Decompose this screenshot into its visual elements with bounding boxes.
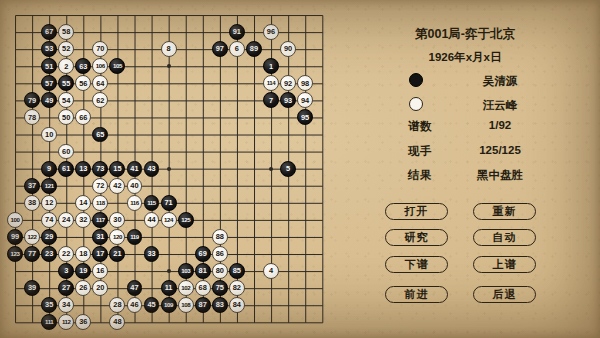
stone-black-35: 35 [41,297,57,313]
open-button[interactable]: 打开 [385,203,448,220]
stone-white-88: 88 [212,229,228,245]
stone-black-105: 105 [109,58,125,74]
stone-black-121: 121 [41,178,57,194]
stone-white-86: 86 [212,246,228,262]
black-stone-icon [409,73,423,87]
stone-black-53: 53 [41,41,57,57]
stone-black-81: 81 [195,263,211,279]
stone-white-66: 66 [75,109,91,125]
stones-layer: 1234567891011121314151617181920212223242… [7,7,331,331]
stone-black-91: 91 [229,24,245,40]
stone-white-38: 38 [24,195,40,211]
stone-white-56: 56 [75,75,91,91]
go-viewer-screen: 1234567891011121314151617181920212223242… [0,0,600,338]
stone-white-60: 60 [58,144,74,160]
stone-white-14: 14 [75,195,91,211]
stone-black-29: 29 [41,229,57,245]
black-player-name: 吴清源 [430,74,570,89]
stone-white-74: 74 [41,212,57,228]
stone-white-6: 6 [229,41,245,57]
stone-black-39: 39 [24,280,40,296]
white-player-name: 汪云峰 [430,98,570,113]
stone-black-125: 125 [178,212,194,228]
stone-white-2: 2 [58,58,74,74]
stone-white-118: 118 [92,195,108,211]
stone-white-94: 94 [297,92,313,108]
stone-white-40: 40 [127,178,143,194]
stone-white-58: 58 [58,24,74,40]
stone-white-8: 8 [161,41,177,57]
stone-white-64: 64 [92,75,108,91]
stone-white-12: 12 [41,195,57,211]
stone-black-17: 17 [92,246,108,262]
stone-white-68: 68 [195,280,211,296]
stone-white-32: 32 [75,212,91,228]
current-move-label: 现手 [408,144,432,159]
stone-black-65: 65 [92,127,108,143]
stone-white-72: 72 [92,178,108,194]
stone-black-111: 111 [41,314,57,330]
stone-white-78: 78 [24,109,40,125]
stone-black-13: 13 [75,161,91,177]
stone-black-43: 43 [144,161,160,177]
next-record-button[interactable]: 下谱 [385,256,448,273]
stone-white-114: 114 [263,75,279,91]
info-row-record: 谱数 1/92 [340,118,590,134]
stone-white-92: 92 [280,75,296,91]
player-row-black: 吴清源 [340,73,590,89]
stone-black-51: 51 [41,58,57,74]
stone-white-28: 28 [109,297,125,313]
stone-black-31: 31 [92,229,108,245]
game-date: 1926年x月x日 [340,50,590,65]
stone-black-19: 19 [75,263,91,279]
stone-black-123: 123 [7,246,23,262]
stone-black-41: 41 [127,161,143,177]
stone-white-22: 22 [58,246,74,262]
stone-black-61: 61 [58,161,74,177]
stone-black-109: 109 [161,297,177,313]
stone-black-79: 79 [24,92,40,108]
stone-black-119: 119 [127,229,143,245]
stone-black-37: 37 [24,178,40,194]
stone-black-23: 23 [41,246,57,262]
stone-black-55: 55 [58,75,74,91]
stone-white-108: 108 [178,297,194,313]
restart-button[interactable]: 重新 [473,203,536,220]
stone-white-50: 50 [58,109,74,125]
stone-black-63: 63 [75,58,91,74]
info-row-move: 现手 125/125 [340,143,590,159]
stone-white-52: 52 [58,41,74,57]
stone-white-112: 112 [58,314,74,330]
stone-black-9: 9 [41,161,57,177]
stone-white-70: 70 [92,41,108,57]
stone-white-122: 122 [24,229,40,245]
stone-white-124: 124 [161,212,177,228]
stone-black-93: 93 [280,92,296,108]
stone-white-18: 18 [75,246,91,262]
stone-black-5: 5 [280,161,296,177]
stone-white-16: 16 [92,263,108,279]
stone-black-83: 83 [212,297,228,313]
stone-white-116: 116 [127,195,143,211]
stone-black-97: 97 [212,41,228,57]
stone-black-47: 47 [127,280,143,296]
stone-black-71: 71 [161,195,177,211]
result-value: 黑中盘胜 [430,168,570,183]
stone-black-67: 67 [41,24,57,40]
auto-button[interactable]: 自动 [473,229,536,246]
stone-black-89: 89 [246,41,262,57]
stone-black-21: 21 [109,246,125,262]
stone-black-57: 57 [41,75,57,91]
stone-white-42: 42 [109,178,125,194]
stone-black-75: 75 [212,280,228,296]
stone-black-1: 1 [263,58,279,74]
stone-white-36: 36 [75,314,91,330]
stone-white-100: 100 [7,212,23,228]
go-board[interactable]: 1234567891011121314151617181920212223242… [7,7,331,331]
stone-white-96: 96 [263,24,279,40]
prev-record-button[interactable]: 上谱 [473,256,536,273]
stone-black-85: 85 [229,263,245,279]
stone-black-103: 103 [178,263,194,279]
stone-black-99: 99 [7,229,23,245]
back-button[interactable]: 后退 [473,286,536,303]
stone-white-26: 26 [75,280,91,296]
current-move-value: 125/125 [430,144,570,156]
stone-white-20: 20 [92,280,108,296]
stone-black-117: 117 [92,212,108,228]
player-row-white: 汪云峰 [340,97,590,113]
stone-white-120: 120 [109,229,125,245]
stone-white-30: 30 [109,212,125,228]
stone-white-84: 84 [229,297,245,313]
stone-black-7: 7 [263,92,279,108]
stone-white-82: 82 [229,280,245,296]
result-label: 结果 [408,168,432,183]
stone-white-102: 102 [178,280,194,296]
study-button[interactable]: 研究 [385,229,448,246]
stone-black-87: 87 [195,297,211,313]
stone-white-54: 54 [58,92,74,108]
stone-black-15: 15 [109,161,125,177]
stone-black-115: 115 [144,195,160,211]
stone-white-98: 98 [297,75,313,91]
stone-white-48: 48 [109,314,125,330]
game-title: 第001局-弈于北京 [340,26,590,43]
stone-black-27: 27 [58,280,74,296]
stone-black-69: 69 [195,246,211,262]
record-count-label: 谱数 [408,119,432,134]
stone-black-3: 3 [58,263,74,279]
stone-black-49: 49 [41,92,57,108]
stone-white-46: 46 [127,297,143,313]
stone-white-62: 62 [92,92,108,108]
game-info-panel: 第001局-弈于北京 1926年x月x日 吴清源 汪云峰 谱数 1/92 现手 … [340,0,590,338]
record-count-value: 1/92 [430,119,570,131]
stone-white-80: 80 [212,263,228,279]
stone-white-106: 106 [92,58,108,74]
stone-black-33: 33 [144,246,160,262]
stone-white-4: 4 [263,263,279,279]
white-stone-icon [409,97,423,111]
stone-white-24: 24 [58,212,74,228]
stone-white-34: 34 [58,297,74,313]
stone-white-44: 44 [144,212,160,228]
forward-button[interactable]: 前进 [385,286,448,303]
stone-black-95: 95 [297,109,313,125]
stone-white-10: 10 [41,127,57,143]
stone-black-73: 73 [92,161,108,177]
info-row-result: 结果 黑中盘胜 [340,167,590,183]
stone-black-45: 45 [144,297,160,313]
stone-black-77: 77 [24,246,40,262]
stone-white-90: 90 [280,41,296,57]
stone-black-11: 11 [161,280,177,296]
